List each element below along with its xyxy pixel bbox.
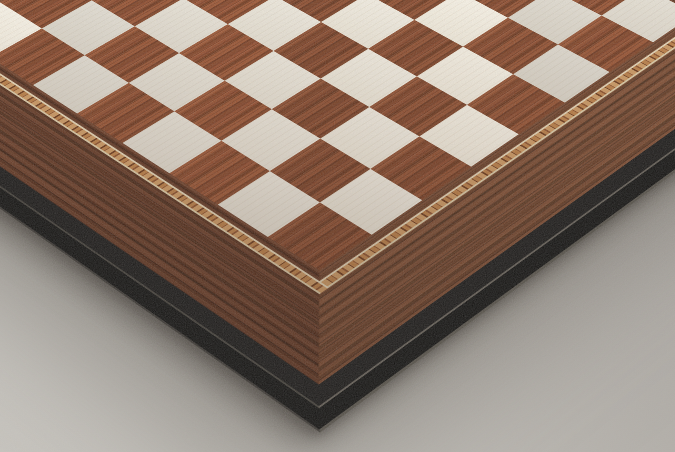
inlay-strip-near-right (319, 13, 675, 287)
square-r7c6 (221, 109, 320, 171)
camera-tilt-wrapper (0, 0, 675, 452)
lighting-sheen-overlay (0, 0, 675, 385)
frame-edge-near-left (0, 0, 675, 385)
inlay-strip-near-left (0, 26, 329, 294)
square-r5c7 (369, 76, 467, 136)
frame-edge-left (0, 0, 675, 385)
square-r8c7 (218, 171, 320, 237)
square-r3c8 (513, 44, 609, 102)
frame-edge-near-right (0, 0, 675, 385)
square-r4c7 (417, 47, 513, 105)
square-r8c5 (123, 111, 222, 173)
square-r7c8 (320, 169, 422, 235)
square-r2c8 (558, 16, 653, 72)
square-r5c8 (419, 105, 518, 167)
square-r6c4 (179, 24, 274, 81)
square-r7c5 (174, 81, 271, 141)
product-photo-scene (0, 0, 675, 452)
frame-edge-far (0, 0, 675, 385)
square-r5c5 (274, 22, 369, 79)
square-r8c2 (0, 28, 85, 85)
board-top-surface (0, 0, 675, 385)
square-r8c4 (77, 83, 174, 143)
square-r6c7 (320, 107, 419, 169)
square-r7c3 (85, 26, 179, 83)
square-r7c7 (270, 139, 371, 203)
square-r7c4 (129, 53, 225, 111)
chess-board (0, 0, 675, 385)
square-r8c8 (268, 202, 372, 270)
square-r8c3 (33, 55, 129, 113)
square-r3c7 (463, 18, 558, 74)
perspective-wrapper (0, 0, 675, 452)
square-r5c6 (321, 49, 417, 107)
square-r4c8 (467, 74, 565, 134)
square-r4c6 (368, 20, 463, 77)
square-r6c8 (370, 136, 471, 200)
square-r8c6 (169, 141, 269, 205)
square-r6c5 (225, 51, 321, 109)
square-r6c6 (272, 79, 370, 139)
